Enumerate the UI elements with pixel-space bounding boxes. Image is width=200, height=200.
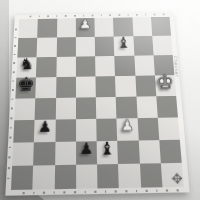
square-e6[interactable] xyxy=(95,56,115,76)
square-c8[interactable] xyxy=(57,18,76,37)
square-d8[interactable]: ♟ xyxy=(76,18,95,37)
square-d6[interactable] xyxy=(76,56,96,76)
square-g3[interactable] xyxy=(137,118,159,141)
square-b4[interactable] xyxy=(35,98,56,120)
square-b8[interactable] xyxy=(37,19,56,38)
board-brand-text: Checker xyxy=(173,56,180,78)
square-d5[interactable] xyxy=(76,76,96,97)
square-c2[interactable] xyxy=(55,142,76,166)
chess-board: ♟♝♞♚♚♟♟♟♝ Checker ✥ xyxy=(5,13,189,196)
square-h7[interactable] xyxy=(152,36,173,56)
square-h8[interactable] xyxy=(151,17,171,36)
black-pawn-d2: ♟ xyxy=(76,137,97,160)
square-e7[interactable] xyxy=(95,37,115,57)
square-h4[interactable] xyxy=(156,96,178,118)
square-c5[interactable] xyxy=(56,77,76,98)
square-e5[interactable] xyxy=(95,76,115,97)
square-g5[interactable] xyxy=(135,75,156,96)
square-g2[interactable] xyxy=(138,140,160,164)
square-c7[interactable] xyxy=(56,37,75,57)
white-pawn-f3: ♟ xyxy=(117,114,139,137)
board-logo-icon: ✥ xyxy=(171,171,184,185)
square-g7[interactable] xyxy=(133,36,153,56)
square-b5[interactable] xyxy=(35,77,55,98)
square-g6[interactable] xyxy=(134,55,155,75)
square-g8[interactable] xyxy=(132,17,152,36)
square-d1[interactable] xyxy=(76,164,98,188)
square-b2[interactable] xyxy=(33,142,55,166)
black-bishop-f7: ♝ xyxy=(114,33,134,53)
square-d2[interactable]: ♟ xyxy=(76,141,97,165)
square-d3[interactable] xyxy=(76,119,97,142)
square-a1[interactable] xyxy=(11,166,33,190)
square-f2[interactable] xyxy=(117,140,139,164)
square-a6[interactable]: ♞ xyxy=(16,57,36,77)
chessboard-photo: ♟♝♞♚♚♟♟♟♝ Checker ✥ xyxy=(0,0,200,200)
coordinate-ticks-bottom xyxy=(14,189,181,194)
square-a8[interactable] xyxy=(18,19,38,38)
black-knight-a6: ♞ xyxy=(17,54,37,74)
square-b7[interactable] xyxy=(37,37,57,57)
square-c6[interactable] xyxy=(56,57,76,77)
square-h3[interactable] xyxy=(158,117,180,140)
black-king-a5: ♚ xyxy=(16,74,37,95)
board-grid: ♟♝♞♚♚♟♟♟♝ xyxy=(11,17,184,190)
square-f8[interactable] xyxy=(113,17,133,36)
square-e2[interactable]: ♝ xyxy=(97,141,119,165)
square-f7[interactable]: ♝ xyxy=(114,36,134,56)
square-f6[interactable] xyxy=(115,56,135,76)
square-f5[interactable] xyxy=(115,76,136,97)
white-pawn-d8: ♟ xyxy=(76,15,95,34)
white-king-h5: ♚ xyxy=(154,71,175,92)
square-e4[interactable] xyxy=(96,97,117,119)
square-c3[interactable] xyxy=(55,119,76,142)
square-h5[interactable]: ♚ xyxy=(155,75,176,96)
square-a3[interactable] xyxy=(13,120,35,143)
square-a2[interactable] xyxy=(12,142,34,166)
square-b1[interactable] xyxy=(33,165,55,189)
square-b6[interactable] xyxy=(36,57,56,77)
square-a7[interactable] xyxy=(17,38,37,58)
square-d7[interactable] xyxy=(76,37,95,57)
square-g1[interactable] xyxy=(139,163,162,187)
square-c1[interactable] xyxy=(54,165,76,189)
square-f1[interactable] xyxy=(118,164,140,188)
black-bishop-e2: ♝ xyxy=(97,137,119,160)
black-pawn-b3: ♟ xyxy=(34,116,55,139)
square-c4[interactable] xyxy=(55,98,75,120)
square-a4[interactable] xyxy=(14,98,35,120)
square-f3[interactable]: ♟ xyxy=(117,118,139,141)
square-a5[interactable]: ♚ xyxy=(15,77,36,98)
square-f4[interactable] xyxy=(116,97,137,119)
square-h2[interactable] xyxy=(159,140,182,164)
square-g4[interactable] xyxy=(136,96,158,118)
square-d4[interactable] xyxy=(76,97,96,119)
square-h6[interactable] xyxy=(153,55,174,75)
square-e1[interactable] xyxy=(97,164,119,188)
square-b3[interactable]: ♟ xyxy=(34,120,55,143)
square-e3[interactable] xyxy=(96,118,117,141)
square-e8[interactable] xyxy=(94,18,113,37)
